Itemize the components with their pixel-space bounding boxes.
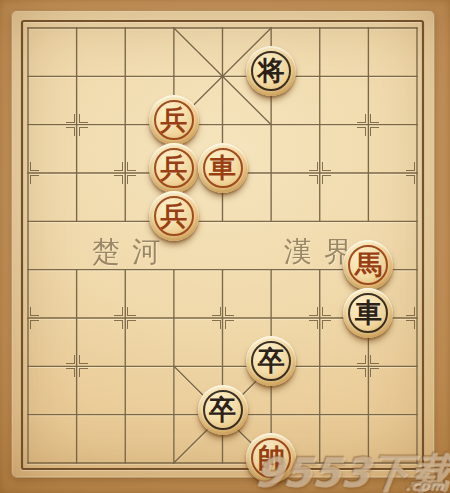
position-mark-corner bbox=[114, 307, 123, 316]
position-mark-corner bbox=[127, 162, 136, 171]
position-mark-corner bbox=[66, 355, 75, 364]
piece-red-general[interactable]: 帥 bbox=[246, 433, 296, 483]
piece-red-chariot[interactable]: 車 bbox=[198, 143, 248, 193]
position-mark-corner bbox=[79, 355, 88, 364]
position-mark-corner bbox=[66, 127, 75, 136]
position-mark-corner bbox=[370, 127, 379, 136]
position-mark-corner bbox=[212, 307, 221, 316]
position-mark-corner bbox=[406, 162, 415, 171]
red-soldier-1-glyph: 兵 bbox=[149, 95, 199, 145]
position-mark-corner bbox=[30, 307, 39, 316]
position-mark-corner bbox=[114, 175, 123, 184]
position-mark-corner bbox=[357, 127, 366, 136]
position-mark bbox=[113, 306, 137, 330]
piece-red-soldier-1[interactable]: 兵 bbox=[149, 95, 199, 145]
red-soldier-2-glyph: 兵 bbox=[149, 143, 199, 193]
black-soldier-1-glyph: 卒 bbox=[246, 336, 296, 386]
piece-red-horse[interactable]: 馬 bbox=[343, 240, 393, 290]
piece-black-soldier-2[interactable]: 卒 bbox=[198, 385, 248, 435]
black-soldier-2-glyph: 卒 bbox=[198, 385, 248, 435]
position-mark bbox=[308, 161, 332, 185]
position-mark-corner bbox=[322, 307, 331, 316]
position-mark bbox=[16, 306, 40, 330]
position-mark-corner bbox=[406, 175, 415, 184]
watermark-suffix: .com bbox=[404, 478, 445, 493]
position-mark-corner bbox=[127, 175, 136, 184]
red-chariot-glyph: 車 bbox=[198, 143, 248, 193]
black-chariot-glyph: 車 bbox=[343, 288, 393, 338]
position-mark-corner bbox=[309, 175, 318, 184]
position-mark-corner bbox=[114, 162, 123, 171]
position-mark-corner bbox=[79, 127, 88, 136]
position-mark-corner bbox=[30, 320, 39, 329]
position-mark-corner bbox=[79, 114, 88, 123]
position-mark-corner bbox=[322, 162, 331, 171]
position-mark bbox=[16, 161, 40, 185]
red-horse-glyph: 馬 bbox=[343, 240, 393, 290]
piece-red-soldier-2[interactable]: 兵 bbox=[149, 143, 199, 193]
position-mark bbox=[65, 354, 89, 378]
position-mark-corner bbox=[30, 162, 39, 171]
position-mark bbox=[308, 306, 332, 330]
xiangqi-game-screen: 楚河 漢界 将兵兵車兵馬車卒卒帥 9553下载 .com bbox=[0, 0, 450, 493]
position-mark-corner bbox=[309, 162, 318, 171]
black-general-glyph: 将 bbox=[246, 46, 296, 96]
position-mark bbox=[113, 161, 137, 185]
position-mark-corner bbox=[127, 320, 136, 329]
position-mark-corner bbox=[66, 368, 75, 377]
position-mark bbox=[405, 306, 429, 330]
position-mark bbox=[356, 113, 380, 137]
position-mark-corner bbox=[370, 114, 379, 123]
position-mark bbox=[405, 161, 429, 185]
position-mark-corner bbox=[79, 368, 88, 377]
position-mark-corner bbox=[406, 320, 415, 329]
piece-black-chariot[interactable]: 車 bbox=[343, 288, 393, 338]
position-mark-corner bbox=[225, 307, 234, 316]
position-mark-corner bbox=[127, 307, 136, 316]
piece-red-soldier-3[interactable]: 兵 bbox=[149, 191, 199, 241]
position-mark-corner bbox=[357, 114, 366, 123]
position-mark-corner bbox=[322, 175, 331, 184]
position-mark-corner bbox=[357, 368, 366, 377]
piece-black-soldier-1[interactable]: 卒 bbox=[246, 336, 296, 386]
position-mark-corner bbox=[370, 355, 379, 364]
position-mark-corner bbox=[357, 355, 366, 364]
position-mark-corner bbox=[309, 320, 318, 329]
position-mark-corner bbox=[225, 320, 234, 329]
position-mark-corner bbox=[66, 114, 75, 123]
position-mark-corner bbox=[30, 175, 39, 184]
position-mark bbox=[211, 306, 235, 330]
position-mark bbox=[65, 113, 89, 137]
position-mark bbox=[356, 354, 380, 378]
position-mark-corner bbox=[309, 307, 318, 316]
position-mark-corner bbox=[212, 320, 221, 329]
piece-black-general[interactable]: 将 bbox=[246, 46, 296, 96]
position-mark-corner bbox=[322, 320, 331, 329]
red-general-glyph: 帥 bbox=[246, 433, 296, 483]
position-mark-corner bbox=[406, 307, 415, 316]
position-mark-corner bbox=[114, 320, 123, 329]
position-mark-corner bbox=[370, 368, 379, 377]
red-soldier-3-glyph: 兵 bbox=[149, 191, 199, 241]
